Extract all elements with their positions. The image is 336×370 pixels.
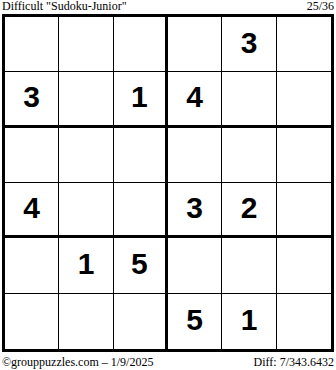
cell-r2c1[interactable]: 3 bbox=[5, 72, 59, 127]
sudoku-junior-page: { "header": { "title": "Difficult \"Sudo… bbox=[0, 0, 336, 370]
cell-r3c3[interactable] bbox=[114, 128, 168, 183]
cell-r5c1[interactable] bbox=[5, 238, 59, 293]
sudoku-board: 33144321551 bbox=[2, 14, 334, 352]
cell-r4c2[interactable] bbox=[59, 183, 113, 238]
cell-r3c4[interactable] bbox=[168, 128, 222, 183]
cell-r6c6[interactable] bbox=[277, 294, 331, 349]
cell-r1c3[interactable] bbox=[114, 17, 168, 72]
cell-r4c1[interactable]: 4 bbox=[5, 183, 59, 238]
cell-r1c5[interactable]: 3 bbox=[222, 17, 276, 72]
cell-r5c3[interactable]: 5 bbox=[114, 238, 168, 293]
cell-r1c1[interactable] bbox=[5, 17, 59, 72]
cell-r3c6[interactable] bbox=[277, 128, 331, 183]
header-bar: Difficult "Sudoku-Junior" 25/36 bbox=[2, 0, 334, 13]
progress-counter: 25/36 bbox=[307, 0, 334, 13]
cell-r2c5[interactable] bbox=[222, 72, 276, 127]
cell-r6c1[interactable] bbox=[5, 294, 59, 349]
cell-r3c2[interactable] bbox=[59, 128, 113, 183]
difficulty-text: Diff: 7/343.6432 bbox=[254, 355, 334, 369]
cell-r2c4[interactable]: 4 bbox=[168, 72, 222, 127]
cell-r5c5[interactable] bbox=[222, 238, 276, 293]
cell-r4c4[interactable]: 3 bbox=[168, 183, 222, 238]
cell-r6c4[interactable]: 5 bbox=[168, 294, 222, 349]
footer-bar: ©grouppuzzles.com – 1/9/2025 Diff: 7/343… bbox=[2, 354, 334, 369]
cell-r2c6[interactable] bbox=[277, 72, 331, 127]
puzzle-title: Difficult "Sudoku-Junior" bbox=[2, 0, 127, 13]
cell-r2c2[interactable] bbox=[59, 72, 113, 127]
cell-r2c3[interactable]: 1 bbox=[114, 72, 168, 127]
cell-r3c5[interactable] bbox=[222, 128, 276, 183]
cell-r1c2[interactable] bbox=[59, 17, 113, 72]
cell-r5c6[interactable] bbox=[277, 238, 331, 293]
cell-r1c4[interactable] bbox=[168, 17, 222, 72]
cell-r6c3[interactable] bbox=[114, 294, 168, 349]
cell-r1c6[interactable] bbox=[277, 17, 331, 72]
cell-r4c3[interactable] bbox=[114, 183, 168, 238]
cell-r5c4[interactable] bbox=[168, 238, 222, 293]
cell-r3c1[interactable] bbox=[5, 128, 59, 183]
cell-r4c5[interactable]: 2 bbox=[222, 183, 276, 238]
cell-r6c2[interactable] bbox=[59, 294, 113, 349]
copyright-text: ©grouppuzzles.com – 1/9/2025 bbox=[2, 355, 153, 369]
cell-r6c5[interactable]: 1 bbox=[222, 294, 276, 349]
cell-r4c6[interactable] bbox=[277, 183, 331, 238]
cell-r5c2[interactable]: 1 bbox=[59, 238, 113, 293]
